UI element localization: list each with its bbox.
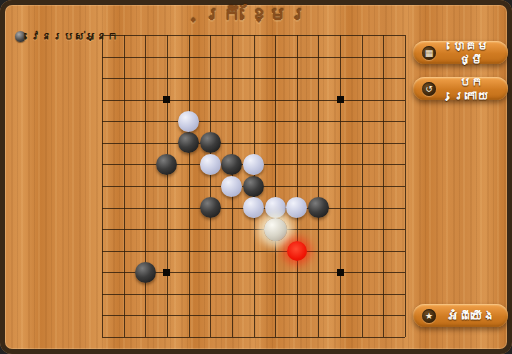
grid-line-horizontal [102, 294, 405, 295]
grid-line-vertical [318, 35, 319, 337]
red-move-marker [287, 241, 307, 261]
grid-line-vertical [275, 35, 276, 337]
white-stone [286, 197, 307, 218]
new-game-label: ហ្គេមថ្មី [443, 39, 499, 67]
white-stone [243, 197, 264, 218]
black-stone [221, 154, 242, 175]
white-stone [178, 111, 199, 132]
game-board[interactable] [102, 35, 406, 338]
black-stone [135, 262, 156, 283]
grid-line-vertical [297, 35, 298, 337]
black-stone [308, 197, 329, 218]
undo-arrow-icon: ↺ [422, 82, 436, 96]
app-title: ក្រឹ ខ្មែរ [0, 3, 512, 25]
black-stone [178, 132, 199, 153]
undo-label: បកក្រោយ [443, 75, 499, 103]
star-point [337, 269, 344, 276]
black-stone [156, 154, 177, 175]
grid-line-horizontal [102, 315, 405, 316]
grid-line-vertical [383, 35, 384, 337]
white-stone [265, 197, 286, 218]
grid-line-horizontal [102, 251, 405, 252]
app-window: ក្រឹ ខ្មែរ វេនរបស់អ្នក ▦ ហ្គេមថ្មី ↺ បកក… [0, 0, 512, 354]
star-icon: ★ [422, 309, 436, 323]
about-label: អំពីយើង [443, 309, 499, 323]
about-button[interactable]: ★ អំពីយើង [413, 304, 508, 327]
black-stone [200, 132, 221, 153]
grid-line-horizontal [102, 337, 405, 338]
white-stone [200, 154, 221, 175]
black-stone-icon [15, 31, 26, 42]
black-stone [200, 197, 221, 218]
white-stone [221, 176, 242, 197]
last-move-stone [264, 218, 287, 241]
grid-line-horizontal [102, 229, 405, 230]
black-stone [243, 176, 264, 197]
star-point [337, 96, 344, 103]
grid-line-vertical [405, 35, 406, 337]
board-grid-icon: ▦ [422, 46, 436, 60]
new-game-button[interactable]: ▦ ហ្គេមថ្មី [413, 41, 508, 64]
white-stone [243, 154, 264, 175]
grid-line-vertical [340, 35, 341, 337]
star-point [163, 269, 170, 276]
grid-line-vertical [362, 35, 363, 337]
undo-button[interactable]: ↺ បកក្រោយ [413, 77, 508, 100]
star-point [163, 96, 170, 103]
